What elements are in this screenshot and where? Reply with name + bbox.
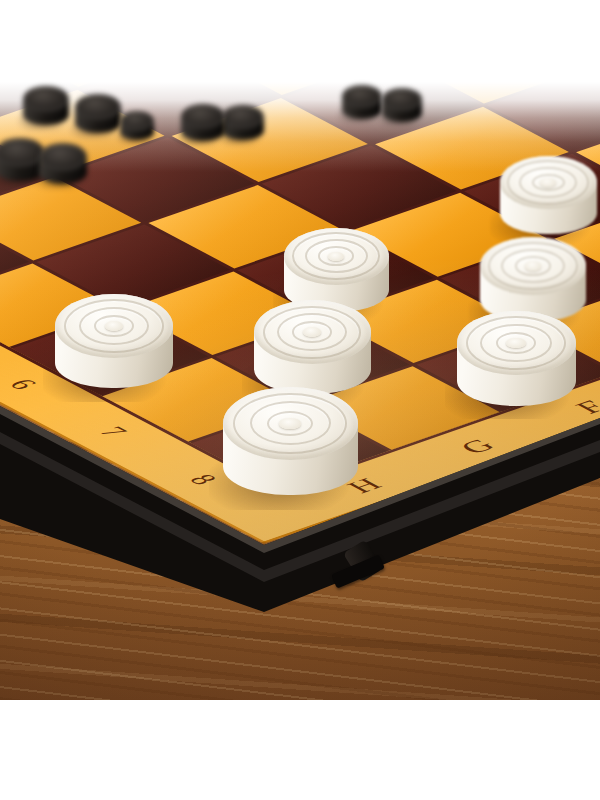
piece-top [181,104,225,129]
piece-top [284,228,389,285]
piece-top [223,387,358,460]
piece-top [39,143,87,171]
black-checker-h2 [23,86,69,125]
piece-center-boss [540,178,556,186]
white-checker-h6 [55,294,173,388]
piece-center-boss [506,338,525,348]
black-checker-a1 [382,88,422,122]
white-checker-f6 [284,228,389,312]
pieces-layer [0,0,600,700]
piece-top [457,311,576,376]
piece-center-boss [328,252,345,261]
black-checker-f2 [120,111,154,140]
white-checker-g7 [254,300,371,394]
piece-top [500,156,597,209]
photo-scene: HHGGFFEEDDCCBBAA1122334455667788 [0,0,600,800]
piece-top [120,111,154,131]
piece-center-boss [279,418,301,430]
black-checker-e1 [181,104,225,141]
piece-top [254,300,371,364]
black-checker-g3 [39,143,87,184]
piece-center-boss [525,261,542,270]
black-checker-g1 [75,94,121,133]
white-checker-f8 [457,311,576,406]
piece-top [382,88,422,111]
photo-area: HHGGFFEEDDCCBBAA1122334455667788 [0,0,600,700]
white-checker-h8 [223,387,358,495]
piece-top [55,294,173,358]
piece-top [222,105,264,129]
white-checker-e7 [480,237,586,322]
piece-top [480,237,586,295]
black-checker-b2 [342,85,382,119]
black-checker-d2 [222,105,264,141]
white-margin [0,700,600,800]
white-checker-d6 [500,156,597,234]
piece-top [342,85,382,108]
